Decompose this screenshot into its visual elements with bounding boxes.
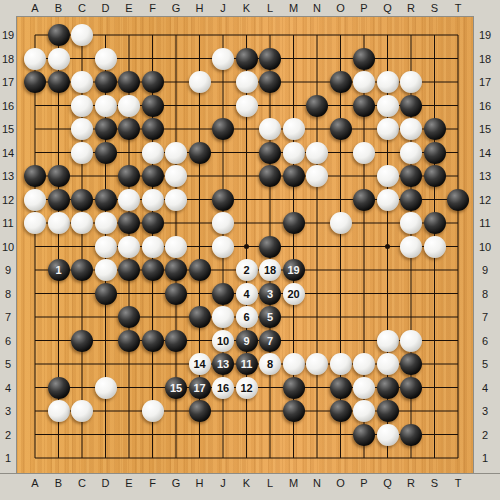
- stone-R4: [400, 377, 422, 399]
- coord-label-top-D: D: [102, 3, 110, 14]
- stone-L13: [259, 165, 281, 187]
- stone-M13: [283, 165, 305, 187]
- move-7-stone-L6: 7: [259, 330, 281, 352]
- stone-B12: [48, 189, 70, 211]
- coord-label-bottom-J: J: [220, 478, 226, 489]
- move-16-stone-J4: 16: [212, 377, 234, 399]
- stone-B13: [48, 165, 70, 187]
- coord-label-left-11: 11: [2, 218, 13, 229]
- stone-C3: [71, 400, 93, 422]
- stone-P4: [353, 377, 375, 399]
- stone-K18: [236, 48, 258, 70]
- coord-strip-right: 19181716151413121110987654321: [473, 16, 500, 473]
- stone-Q3: [377, 400, 399, 422]
- coord-label-right-11: 11: [479, 218, 490, 229]
- stone-O17: [330, 71, 352, 93]
- stone-D4: [95, 377, 117, 399]
- stone-A11: [24, 212, 46, 234]
- stone-Q17: [377, 71, 399, 93]
- coord-label-top-T: T: [455, 3, 462, 14]
- stone-C6: [71, 330, 93, 352]
- stone-R2: [400, 424, 422, 446]
- move-13-stone-J5: 13: [212, 353, 234, 375]
- coord-label-left-6: 6: [5, 335, 11, 346]
- coord-label-bottom-K: K: [243, 478, 250, 489]
- stone-J12: [212, 189, 234, 211]
- stone-P5: [353, 353, 375, 375]
- move-5-stone-L7: 5: [259, 306, 281, 328]
- stone-F16: [142, 95, 164, 117]
- stone-C14: [71, 142, 93, 164]
- stone-F15: [142, 118, 164, 140]
- coord-label-bottom-H: H: [196, 478, 204, 489]
- coord-label-left-19: 19: [2, 30, 14, 41]
- stone-B11: [48, 212, 70, 234]
- coord-label-bottom-P: P: [360, 478, 367, 489]
- stone-B4: [48, 377, 70, 399]
- coord-label-bottom-N: N: [313, 478, 321, 489]
- stone-F10: [142, 236, 164, 258]
- stone-F3: [142, 400, 164, 422]
- stone-R14: [400, 142, 422, 164]
- coord-label-top-S: S: [431, 3, 438, 14]
- coord-label-left-15: 15: [2, 124, 14, 135]
- move-2-stone-K9: 2: [236, 259, 258, 281]
- coord-label-bottom-F: F: [149, 478, 156, 489]
- move-11-stone-K5: 11: [236, 353, 258, 375]
- stone-G8: [165, 283, 187, 305]
- coord-label-right-17: 17: [479, 77, 491, 88]
- coord-label-bottom-E: E: [125, 478, 132, 489]
- coord-label-top-E: E: [125, 3, 132, 14]
- coord-label-right-19: 19: [479, 30, 491, 41]
- stone-A17: [24, 71, 46, 93]
- coord-label-left-18: 18: [2, 53, 14, 64]
- stone-M14: [283, 142, 305, 164]
- move-12-stone-K4: 12: [236, 377, 258, 399]
- stone-L14: [259, 142, 281, 164]
- stone-R17: [400, 71, 422, 93]
- stone-J10: [212, 236, 234, 258]
- coord-label-left-10: 10: [2, 241, 14, 252]
- coord-label-top-K: K: [243, 3, 250, 14]
- coord-label-left-9: 9: [5, 265, 11, 276]
- goban-wood[interactable]: 1234567891011121314151617181920: [16, 16, 473, 473]
- stone-S10: [424, 236, 446, 258]
- stone-H3: [189, 400, 211, 422]
- coord-label-right-10: 10: [479, 241, 491, 252]
- stone-C19: [71, 24, 93, 46]
- stone-H14: [189, 142, 211, 164]
- coord-label-left-12: 12: [2, 194, 14, 205]
- stone-M4: [283, 377, 305, 399]
- stone-E15: [118, 118, 140, 140]
- coord-label-left-2: 2: [5, 429, 11, 440]
- coord-label-right-1: 1: [482, 453, 488, 464]
- stone-F11: [142, 212, 164, 234]
- coord-label-right-4: 4: [482, 382, 488, 393]
- stone-A18: [24, 48, 46, 70]
- move-20-stone-M8: 20: [283, 283, 305, 305]
- stone-D11: [95, 212, 117, 234]
- stone-Q12: [377, 189, 399, 211]
- stone-M5: [283, 353, 305, 375]
- coord-label-top-G: G: [172, 3, 181, 14]
- stone-R10: [400, 236, 422, 258]
- stone-C15: [71, 118, 93, 140]
- coord-label-right-5: 5: [482, 359, 488, 370]
- stone-G10: [165, 236, 187, 258]
- coord-label-bottom-R: R: [407, 478, 415, 489]
- coord-label-top-B: B: [55, 3, 62, 14]
- coord-label-left-7: 7: [5, 312, 11, 323]
- stone-S13: [424, 165, 446, 187]
- stone-E9: [118, 259, 140, 281]
- move-18-stone-L9: 18: [259, 259, 281, 281]
- coord-label-top-H: H: [196, 3, 204, 14]
- stone-P16: [353, 95, 375, 117]
- coord-label-top-J: J: [220, 3, 226, 14]
- coord-label-right-6: 6: [482, 335, 488, 346]
- stone-F9: [142, 259, 164, 281]
- move-14-stone-H5: 14: [189, 353, 211, 375]
- coord-label-right-2: 2: [482, 429, 488, 440]
- stone-A12: [24, 189, 46, 211]
- coord-label-bottom-S: S: [431, 478, 438, 489]
- coord-label-right-16: 16: [479, 100, 491, 111]
- stone-N13: [306, 165, 328, 187]
- coord-label-top-N: N: [313, 3, 321, 14]
- stone-T12: [447, 189, 469, 211]
- coord-label-left-14: 14: [2, 147, 14, 158]
- coord-strip-left: 19181716151413121110987654321: [0, 16, 17, 473]
- stone-C11: [71, 212, 93, 234]
- stone-R6: [400, 330, 422, 352]
- coord-label-right-12: 12: [479, 194, 491, 205]
- stone-D16: [95, 95, 117, 117]
- move-6-stone-K7: 6: [236, 306, 258, 328]
- stone-C12: [71, 189, 93, 211]
- stone-O11: [330, 212, 352, 234]
- stone-M15: [283, 118, 305, 140]
- stone-L10: [259, 236, 281, 258]
- coord-label-top-M: M: [289, 3, 298, 14]
- stone-D14: [95, 142, 117, 164]
- stone-P17: [353, 71, 375, 93]
- coord-label-top-L: L: [267, 3, 273, 14]
- stone-P2: [353, 424, 375, 446]
- stone-R12: [400, 189, 422, 211]
- stone-F14: [142, 142, 164, 164]
- move-3-stone-L8: 3: [259, 283, 281, 305]
- coord-label-left-8: 8: [5, 288, 11, 299]
- stone-S15: [424, 118, 446, 140]
- move-17-stone-H4: 17: [189, 377, 211, 399]
- stone-C16: [71, 95, 93, 117]
- stone-G13: [165, 165, 187, 187]
- stone-F6: [142, 330, 164, 352]
- stone-K17: [236, 71, 258, 93]
- stone-O3: [330, 400, 352, 422]
- coord-label-bottom-Q: Q: [383, 478, 392, 489]
- stone-G12: [165, 189, 187, 211]
- move-4-stone-K8: 4: [236, 283, 258, 305]
- coord-label-top-Q: Q: [383, 3, 392, 14]
- coord-label-top-C: C: [78, 3, 86, 14]
- stone-R5: [400, 353, 422, 375]
- move-10-stone-J6: 10: [212, 330, 234, 352]
- stone-J7: [212, 306, 234, 328]
- stone-L15: [259, 118, 281, 140]
- coord-label-right-7: 7: [482, 312, 488, 323]
- stone-F13: [142, 165, 164, 187]
- coord-label-right-3: 3: [482, 406, 488, 417]
- stone-O15: [330, 118, 352, 140]
- stone-P14: [353, 142, 375, 164]
- stone-O5: [330, 353, 352, 375]
- move-19-stone-M9: 19: [283, 259, 305, 281]
- move-1-stone-B9: 1: [48, 259, 70, 281]
- stone-F12: [142, 189, 164, 211]
- stone-C9: [71, 259, 93, 281]
- stone-Q15: [377, 118, 399, 140]
- stone-C17: [71, 71, 93, 93]
- stone-J8: [212, 283, 234, 305]
- coord-label-left-16: 16: [2, 100, 14, 111]
- stone-L17: [259, 71, 281, 93]
- stone-M11: [283, 212, 305, 234]
- stone-Q4: [377, 377, 399, 399]
- stone-N14: [306, 142, 328, 164]
- coord-label-right-15: 15: [479, 124, 491, 135]
- stone-D8: [95, 283, 117, 305]
- stone-G9: [165, 259, 187, 281]
- coord-label-top-F: F: [149, 3, 156, 14]
- stone-M3: [283, 400, 305, 422]
- stone-R16: [400, 95, 422, 117]
- star-point-Q10: [385, 244, 390, 249]
- stone-H7: [189, 306, 211, 328]
- stone-J11: [212, 212, 234, 234]
- stone-G6: [165, 330, 187, 352]
- stone-S11: [424, 212, 446, 234]
- coord-label-left-3: 3: [5, 406, 11, 417]
- stone-E10: [118, 236, 140, 258]
- coord-label-bottom-L: L: [267, 478, 273, 489]
- stone-K16: [236, 95, 258, 117]
- stone-D9: [95, 259, 117, 281]
- stone-F17: [142, 71, 164, 93]
- stone-Q16: [377, 95, 399, 117]
- stone-E12: [118, 189, 140, 211]
- stone-E17: [118, 71, 140, 93]
- move-15-stone-G4: 15: [165, 377, 187, 399]
- coord-label-bottom-B: B: [55, 478, 62, 489]
- coord-label-right-8: 8: [482, 288, 488, 299]
- stone-B17: [48, 71, 70, 93]
- stone-N5: [306, 353, 328, 375]
- stone-O4: [330, 377, 352, 399]
- stone-Q6: [377, 330, 399, 352]
- go-board-window: 1234567891011121314151617181920 ABCDEFGH…: [0, 0, 500, 500]
- coord-strip-top: ABCDEFGHJKLMNOPQRST: [0, 0, 500, 17]
- stone-E13: [118, 165, 140, 187]
- coord-label-bottom-D: D: [102, 478, 110, 489]
- coord-label-bottom-M: M: [289, 478, 298, 489]
- stone-S14: [424, 142, 446, 164]
- stone-E6: [118, 330, 140, 352]
- coord-label-left-4: 4: [5, 382, 11, 393]
- stone-Q13: [377, 165, 399, 187]
- coord-label-bottom-C: C: [78, 478, 86, 489]
- coord-label-top-P: P: [360, 3, 367, 14]
- stone-B3: [48, 400, 70, 422]
- stone-H17: [189, 71, 211, 93]
- stone-N16: [306, 95, 328, 117]
- stone-R13: [400, 165, 422, 187]
- stone-E11: [118, 212, 140, 234]
- stone-Q2: [377, 424, 399, 446]
- move-9-stone-K6: 9: [236, 330, 258, 352]
- stone-J15: [212, 118, 234, 140]
- stone-D15: [95, 118, 117, 140]
- coord-label-bottom-A: A: [31, 478, 38, 489]
- coord-label-top-O: O: [336, 3, 345, 14]
- stone-H9: [189, 259, 211, 281]
- coord-label-right-9: 9: [482, 265, 488, 276]
- coord-label-right-13: 13: [479, 171, 491, 182]
- stone-D17: [95, 71, 117, 93]
- coord-label-right-18: 18: [479, 53, 491, 64]
- stone-B18: [48, 48, 70, 70]
- stone-E7: [118, 306, 140, 328]
- stone-J18: [212, 48, 234, 70]
- stone-B19: [48, 24, 70, 46]
- coord-label-bottom-G: G: [172, 478, 181, 489]
- coord-strip-bottom: ABCDEFGHJKLMNOPQRST: [0, 473, 500, 500]
- stone-Q5: [377, 353, 399, 375]
- star-point-K10: [244, 244, 249, 249]
- stone-D10: [95, 236, 117, 258]
- stone-R11: [400, 212, 422, 234]
- stone-P18: [353, 48, 375, 70]
- stone-D18: [95, 48, 117, 70]
- coord-label-bottom-T: T: [455, 478, 462, 489]
- coord-label-right-14: 14: [479, 147, 491, 158]
- stone-P3: [353, 400, 375, 422]
- coord-label-left-17: 17: [2, 77, 14, 88]
- stone-G14: [165, 142, 187, 164]
- stone-R15: [400, 118, 422, 140]
- stone-A13: [24, 165, 46, 187]
- coord-label-bottom-O: O: [336, 478, 345, 489]
- coord-label-top-A: A: [31, 3, 38, 14]
- stone-E16: [118, 95, 140, 117]
- move-8-stone-L5: 8: [259, 353, 281, 375]
- coord-label-left-13: 13: [2, 171, 14, 182]
- stone-D12: [95, 189, 117, 211]
- coord-label-left-5: 5: [5, 359, 11, 370]
- stone-L18: [259, 48, 281, 70]
- coord-label-top-R: R: [407, 3, 415, 14]
- stone-P12: [353, 189, 375, 211]
- coord-label-left-1: 1: [5, 453, 11, 464]
